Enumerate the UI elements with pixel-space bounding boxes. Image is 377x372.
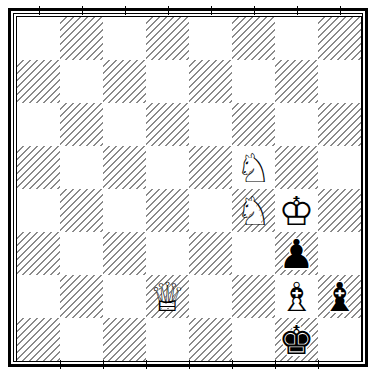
square-d7[interactable] bbox=[146, 60, 189, 103]
square-d2[interactable]: ♛♕ bbox=[146, 275, 189, 318]
frame-tick bbox=[146, 360, 147, 369]
square-c1[interactable] bbox=[103, 318, 146, 361]
square-c6[interactable] bbox=[103, 103, 146, 146]
square-a5[interactable] bbox=[17, 146, 60, 189]
frame-tick bbox=[211, 6, 212, 15]
square-h6[interactable] bbox=[318, 103, 361, 146]
square-d5[interactable] bbox=[146, 146, 189, 189]
square-f1[interactable] bbox=[232, 318, 275, 361]
frame-tick bbox=[340, 6, 341, 15]
piece-white-queen[interactable]: ♛♕ bbox=[146, 275, 189, 318]
square-h7[interactable] bbox=[318, 60, 361, 103]
frame-tick bbox=[60, 360, 61, 369]
square-c2[interactable] bbox=[103, 275, 146, 318]
square-b7[interactable] bbox=[60, 60, 103, 103]
board-grid: ♞♘♞♘♚♔♟♛♕♝♗♝♚ bbox=[16, 16, 362, 362]
square-b1[interactable] bbox=[60, 318, 103, 361]
square-a7[interactable] bbox=[17, 60, 60, 103]
piece-white-bishop[interactable]: ♝♗ bbox=[275, 275, 318, 318]
frame-tick bbox=[232, 360, 233, 369]
square-c5[interactable] bbox=[103, 146, 146, 189]
square-b6[interactable] bbox=[60, 103, 103, 146]
square-a3[interactable] bbox=[17, 232, 60, 275]
square-a6[interactable] bbox=[17, 103, 60, 146]
square-e3[interactable] bbox=[189, 232, 232, 275]
square-e7[interactable] bbox=[189, 60, 232, 103]
square-g7[interactable] bbox=[275, 60, 318, 103]
square-b5[interactable] bbox=[60, 146, 103, 189]
square-e6[interactable] bbox=[189, 103, 232, 146]
square-b3[interactable] bbox=[60, 232, 103, 275]
square-d4[interactable] bbox=[146, 189, 189, 232]
square-f7[interactable] bbox=[232, 60, 275, 103]
square-g6[interactable] bbox=[275, 103, 318, 146]
square-f3[interactable] bbox=[232, 232, 275, 275]
square-b8[interactable] bbox=[60, 17, 103, 60]
square-c7[interactable] bbox=[103, 60, 146, 103]
piece-white-king[interactable]: ♚♔ bbox=[275, 189, 318, 232]
square-g8[interactable] bbox=[275, 17, 318, 60]
square-e8[interactable] bbox=[189, 17, 232, 60]
square-f6[interactable] bbox=[232, 103, 275, 146]
square-a4[interactable] bbox=[17, 189, 60, 232]
square-e2[interactable] bbox=[189, 275, 232, 318]
square-d3[interactable] bbox=[146, 232, 189, 275]
square-a2[interactable] bbox=[17, 275, 60, 318]
square-g2[interactable]: ♝♗ bbox=[275, 275, 318, 318]
square-c3[interactable] bbox=[103, 232, 146, 275]
frame-tick bbox=[318, 360, 319, 369]
square-h1[interactable] bbox=[318, 318, 361, 361]
square-c8[interactable] bbox=[103, 17, 146, 60]
piece-white-knight[interactable]: ♞♘ bbox=[232, 146, 275, 189]
square-g1[interactable]: ♚ bbox=[275, 318, 318, 361]
square-h4[interactable] bbox=[318, 189, 361, 232]
square-f8[interactable] bbox=[232, 17, 275, 60]
square-d6[interactable] bbox=[146, 103, 189, 146]
square-e5[interactable] bbox=[189, 146, 232, 189]
square-f2[interactable] bbox=[232, 275, 275, 318]
square-c4[interactable] bbox=[103, 189, 146, 232]
square-h8[interactable] bbox=[318, 17, 361, 60]
square-f4[interactable]: ♞♘ bbox=[232, 189, 275, 232]
square-d8[interactable] bbox=[146, 17, 189, 60]
square-h5[interactable] bbox=[318, 146, 361, 189]
square-g5[interactable] bbox=[275, 146, 318, 189]
square-g4[interactable]: ♚♔ bbox=[275, 189, 318, 232]
piece-white-knight[interactable]: ♞♘ bbox=[232, 189, 275, 232]
square-e1[interactable] bbox=[189, 318, 232, 361]
frame-tick bbox=[82, 6, 83, 15]
square-d1[interactable] bbox=[146, 318, 189, 361]
square-a1[interactable] bbox=[17, 318, 60, 361]
piece-black-pawn[interactable]: ♟ bbox=[275, 232, 318, 275]
frame-tick bbox=[103, 360, 104, 369]
square-e4[interactable] bbox=[189, 189, 232, 232]
square-g3[interactable]: ♟ bbox=[275, 232, 318, 275]
frame-tick bbox=[189, 360, 190, 369]
square-b2[interactable] bbox=[60, 275, 103, 318]
square-f5[interactable]: ♞♘ bbox=[232, 146, 275, 189]
frame-tick bbox=[297, 6, 298, 15]
square-h3[interactable] bbox=[318, 232, 361, 275]
square-a8[interactable] bbox=[17, 17, 60, 60]
frame-tick bbox=[125, 6, 126, 15]
piece-black-bishop[interactable]: ♝ bbox=[318, 275, 361, 318]
square-b4[interactable] bbox=[60, 189, 103, 232]
frame-tick bbox=[254, 6, 255, 15]
frame-tick bbox=[39, 6, 40, 15]
piece-black-king[interactable]: ♚ bbox=[275, 318, 318, 361]
frame-tick bbox=[168, 6, 169, 15]
frame-tick bbox=[275, 360, 276, 369]
square-h2[interactable]: ♝ bbox=[318, 275, 361, 318]
